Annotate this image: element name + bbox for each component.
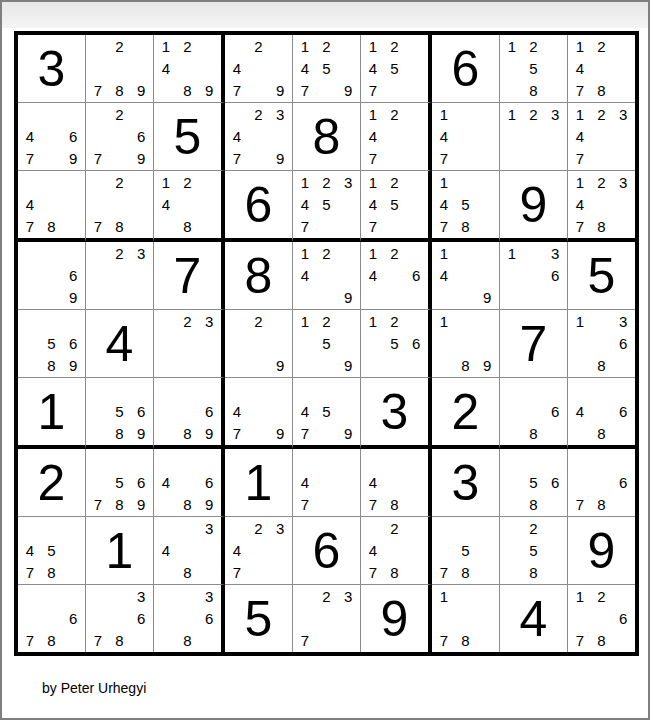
pencil-mark-2: 2 [316,243,338,265]
pencil-mark-1: 1 [569,172,591,194]
given-digit: 9 [361,585,428,652]
pencil-mark-5: 5 [455,540,477,562]
given-digit: 1 [225,449,292,516]
cell-r8c1[interactable]: 4578 [18,517,86,585]
pencil-mark-5: 5 [316,194,338,216]
pencil-mark-4: 4 [569,401,591,423]
pencil-mark-1: 1 [362,243,384,265]
pencil-mark-4: 4 [569,194,591,216]
cell-r8c7[interactable]: 578 [432,517,500,585]
pencil-marks: 147 [433,104,498,169]
pencil-marks: 478 [362,450,427,515]
board-row: 467926795234798124714712312347 [18,103,635,171]
cell-r4c6[interactable]: 1246 [361,242,432,310]
pencil-marks: 12678 [569,586,634,651]
pencil-mark-2: 2 [523,36,545,58]
pencil-mark-6: 6 [62,265,84,287]
pencil-mark-7: 7 [294,629,316,651]
pencil-mark-2: 2 [316,311,338,333]
pencil-mark-6: 6 [612,333,634,355]
pencil-mark-9: 9 [198,493,220,515]
cell-r3c2[interactable]: 278 [86,171,154,242]
cell-r8c3[interactable]: 348 [154,517,225,585]
cell-r3c6[interactable]: 12457 [361,171,432,242]
pencil-mark-7: 7 [19,215,41,237]
pencil-mark-8: 8 [41,354,63,376]
pencil-mark-2: 2 [316,586,338,608]
cell-r8c5[interactable]: 6 [293,517,361,585]
cell-r2c3[interactable]: 5 [154,103,225,171]
pencil-marks: 4679 [19,104,84,169]
pencil-mark-7: 7 [569,493,591,515]
pencil-mark-9: 9 [337,286,359,308]
pencil-mark-2: 2 [248,36,270,58]
board-row: 32789124892479124579124576125812478 [18,35,635,103]
pencil-mark-2: 2 [177,36,199,58]
cell-r4c7[interactable]: 149 [432,242,500,310]
pencil-mark-6: 6 [198,472,220,494]
given-digit: 6 [432,35,499,102]
pencil-mark-6: 6 [544,265,566,287]
cell-r1c7[interactable]: 6 [432,35,500,103]
pencil-marks: 12457 [362,172,427,237]
cell-r5c9[interactable]: 1368 [568,310,635,378]
pencil-mark-4: 4 [155,472,177,494]
pencil-mark-8: 8 [109,422,131,444]
pencil-mark-2: 2 [177,311,199,333]
pencil-mark-4: 4 [362,472,384,494]
cell-r6c7[interactable]: 2 [432,378,500,449]
pencil-mark-6: 6 [612,472,634,494]
pencil-marks: 4689 [155,450,220,515]
cell-r6c6[interactable]: 3 [361,378,432,449]
pencil-mark-4: 4 [433,265,455,287]
pencil-mark-9: 9 [476,354,498,376]
pencil-mark-6: 6 [130,608,152,630]
pencil-mark-4: 4 [155,540,177,562]
given-digit: 6 [293,517,360,584]
cell-r6c3[interactable]: 689 [154,378,225,449]
pencil-mark-1: 1 [362,311,384,333]
pencil-mark-6: 6 [544,401,566,423]
cell-r5c8[interactable]: 7 [500,310,568,378]
pencil-mark-8: 8 [591,629,613,651]
pencil-mark-8: 8 [523,79,545,101]
pencil-mark-5: 5 [316,401,338,423]
pencil-mark-8: 8 [177,493,199,515]
pencil-mark-3: 3 [612,172,634,194]
pencil-mark-3: 3 [269,518,291,540]
cell-r1c6[interactable]: 12457 [361,35,432,103]
pencil-mark-2: 2 [109,172,131,194]
cell-r9c5[interactable]: 237 [293,585,361,652]
pencil-mark-4: 4 [362,194,384,216]
pencil-mark-1: 1 [569,36,591,58]
cell-r3c1[interactable]: 478 [18,171,86,242]
pencil-marks: 368 [155,586,220,651]
pencil-mark-1: 1 [433,243,455,265]
cell-r8c2[interactable]: 1 [86,517,154,585]
pencil-mark-2: 2 [384,172,406,194]
pencil-mark-7: 7 [294,422,316,444]
cell-r8c8[interactable]: 258 [500,517,568,585]
board-row: 5689423291259125618971368 [18,310,635,378]
cell-r5c2[interactable]: 4 [86,310,154,378]
given-digit: 2 [432,378,499,445]
pencil-marks: 578 [433,518,498,583]
pencil-marks: 12347 [569,104,634,169]
pencil-mark-7: 7 [294,493,316,515]
pencil-mark-1: 1 [501,36,523,58]
cell-r3c9[interactable]: 123478 [568,171,635,242]
pencil-mark-2: 2 [591,172,613,194]
pencil-mark-8: 8 [177,79,199,101]
given-digit: 3 [361,378,428,445]
pencil-mark-3: 3 [269,104,291,126]
cell-r2c1[interactable]: 4679 [18,103,86,171]
pencil-mark-8: 8 [591,422,613,444]
pencil-mark-4: 4 [226,401,248,423]
pencil-mark-4: 4 [155,58,177,80]
pencil-mark-2: 2 [109,36,131,58]
cell-r8c4[interactable]: 2347 [225,517,293,585]
cell-r1c2[interactable]: 2789 [86,35,154,103]
cell-r7c4[interactable]: 1 [225,449,293,517]
cell-r9c9[interactable]: 12678 [568,585,635,652]
pencil-mark-4: 4 [294,265,316,287]
pencil-mark-8: 8 [177,215,199,237]
cell-r4c4[interactable]: 8 [225,242,293,310]
given-digit: 9 [568,517,635,584]
pencil-mark-8: 8 [41,561,63,583]
cell-r2c9[interactable]: 12347 [568,103,635,171]
cell-r9c3[interactable]: 368 [154,585,225,652]
pencil-mark-7: 7 [226,561,248,583]
pencil-marks: 478 [19,172,84,237]
pencil-mark-8: 8 [455,215,477,237]
cell-r5c7[interactable]: 189 [432,310,500,378]
pencil-mark-3: 3 [337,586,359,608]
pencil-mark-3: 3 [198,518,220,540]
pencil-marks: 5689 [19,311,84,376]
pencil-mark-4: 4 [569,58,591,80]
given-digit: 7 [500,310,567,377]
pencil-marks: 69 [19,243,84,308]
pencil-mark-7: 7 [362,215,384,237]
pencil-mark-5: 5 [523,540,545,562]
pencil-mark-1: 1 [433,311,455,333]
pencil-mark-2: 2 [384,311,406,333]
cell-r9c6[interactable]: 9 [361,585,432,652]
pencil-mark-5: 5 [109,472,131,494]
pencil-mark-9: 9 [269,354,291,376]
pencil-mark-7: 7 [362,79,384,101]
cell-r7c3[interactable]: 4689 [154,449,225,517]
pencil-mark-7: 7 [569,215,591,237]
pencil-mark-8: 8 [177,422,199,444]
pencil-marks: 468 [569,379,634,444]
cell-r4c1[interactable]: 69 [18,242,86,310]
pencil-marks: 12457 [362,36,427,101]
cell-r6c9[interactable]: 468 [568,378,635,449]
pencil-mark-5: 5 [523,58,545,80]
cell-r2c4[interactable]: 23479 [225,103,293,171]
pencil-mark-1: 1 [294,311,316,333]
cell-r4c2[interactable]: 23 [86,242,154,310]
pencil-mark-3: 3 [337,172,359,194]
given-digit: 8 [225,242,292,309]
cell-r9c2[interactable]: 3678 [86,585,154,652]
cell-r8c6[interactable]: 2478 [361,517,432,585]
pencil-mark-6: 6 [62,126,84,148]
given-digit: 7 [154,242,221,309]
board-row: 4782781248612345712457145789123478 [18,171,635,242]
pencil-marks: 4578 [19,518,84,583]
pencil-marks: 568 [501,450,566,515]
pencil-mark-4: 4 [19,126,41,148]
pencil-mark-8: 8 [455,561,477,583]
pencil-mark-5: 5 [455,194,477,216]
pencil-mark-5: 5 [384,194,406,216]
pencil-mark-4: 4 [362,126,384,148]
pencil-mark-1: 1 [569,586,591,608]
pencil-mark-8: 8 [384,493,406,515]
pencil-mark-2: 2 [384,243,406,265]
cell-r4c5[interactable]: 1249 [293,242,361,310]
cell-r1c8[interactable]: 1258 [500,35,568,103]
pencil-mark-2: 2 [591,104,613,126]
pencil-mark-9: 9 [269,147,291,169]
pencil-mark-2: 2 [177,172,199,194]
cell-r7c7[interactable]: 3 [432,449,500,517]
cell-r1c3[interactable]: 12489 [154,35,225,103]
pencil-mark-3: 3 [612,104,634,126]
cell-r1c4[interactable]: 2479 [225,35,293,103]
pencil-mark-9: 9 [130,79,152,101]
pencil-marks: 1256 [362,311,427,376]
pencil-mark-9: 9 [337,79,359,101]
pencil-mark-8: 8 [455,629,477,651]
pencil-mark-6: 6 [544,472,566,494]
top-strip [2,2,648,28]
pencil-mark-5: 5 [41,540,63,562]
pencil-mark-6: 6 [612,608,634,630]
cell-r7c2[interactable]: 56789 [86,449,154,517]
cell-r7c9[interactable]: 678 [568,449,635,517]
cell-r1c1[interactable]: 3 [18,35,86,103]
pencil-mark-6: 6 [130,472,152,494]
pencil-mark-1: 1 [569,311,591,333]
pencil-mark-7: 7 [433,215,455,237]
pencil-mark-7: 7 [87,79,109,101]
given-digit: 5 [568,242,635,309]
cell-r2c5[interactable]: 8 [293,103,361,171]
cell-r7c5[interactable]: 47 [293,449,361,517]
pencil-marks: 12478 [569,36,634,101]
pencil-mark-2: 2 [109,104,131,126]
cell-r2c6[interactable]: 1247 [361,103,432,171]
pencil-mark-6: 6 [405,333,427,355]
pencil-mark-8: 8 [41,215,63,237]
pencil-mark-7: 7 [569,79,591,101]
cell-r5c6[interactable]: 1256 [361,310,432,378]
pencil-marks: 136 [501,243,566,308]
pencil-marks: 678 [569,450,634,515]
cell-r2c8[interactable]: 123 [500,103,568,171]
pencil-marks: 178 [433,586,498,651]
given-digit: 1 [18,378,85,445]
cell-r3c8[interactable]: 9 [500,171,568,242]
cell-r9c8[interactable]: 4 [500,585,568,652]
pencil-marks: 258 [501,518,566,583]
cell-r9c4[interactable]: 5 [225,585,293,652]
cell-r3c3[interactable]: 1248 [154,171,225,242]
pencil-mark-8: 8 [523,422,545,444]
pencil-mark-5: 5 [316,333,338,355]
pencil-mark-5: 5 [384,58,406,80]
cell-r2c7[interactable]: 147 [432,103,500,171]
pencil-mark-7: 7 [433,147,455,169]
board-row: 25678946891474783568678 [18,449,635,517]
pencil-mark-4: 4 [362,540,384,562]
pencil-mark-6: 6 [62,333,84,355]
pencil-mark-2: 2 [384,104,406,126]
cell-r6c1[interactable]: 1 [18,378,86,449]
pencil-mark-7: 7 [19,561,41,583]
pencil-mark-7: 7 [19,629,41,651]
cell-r2c2[interactable]: 2679 [86,103,154,171]
pencil-mark-8: 8 [177,629,199,651]
cell-r8c9[interactable]: 9 [568,517,635,585]
pencil-mark-5: 5 [41,333,63,355]
pencil-mark-3: 3 [130,586,152,608]
pencil-mark-9: 9 [198,79,220,101]
pencil-mark-9: 9 [62,354,84,376]
pencil-mark-8: 8 [455,354,477,376]
cell-r6c2[interactable]: 5689 [86,378,154,449]
cell-r6c8[interactable]: 68 [500,378,568,449]
cell-r9c1[interactable]: 678 [18,585,86,652]
pencil-mark-4: 4 [19,194,41,216]
pencil-mark-2: 2 [109,243,131,265]
cell-r6c4[interactable]: 479 [225,378,293,449]
pencil-mark-6: 6 [612,401,634,423]
pencil-mark-4: 4 [362,58,384,80]
pencil-marks: 12489 [155,36,220,101]
pencil-mark-4: 4 [294,58,316,80]
pencil-marks: 123478 [569,172,634,237]
cell-r5c4[interactable]: 29 [225,310,293,378]
pencil-mark-3: 3 [544,243,566,265]
cell-r4c8[interactable]: 136 [500,242,568,310]
given-digit: 2 [18,449,85,516]
pencil-marks: 348 [155,518,220,583]
pencil-mark-4: 4 [294,401,316,423]
pencil-mark-4: 4 [294,472,316,494]
cell-r5c3[interactable]: 23 [154,310,225,378]
pencil-marks: 1247 [362,104,427,169]
pencil-marks: 1248 [155,172,220,237]
pencil-mark-4: 4 [226,126,248,148]
sudoku-board: 3278912489247912457912457612581247846792… [14,31,639,656]
pencil-marks: 1249 [294,243,359,308]
pencil-mark-7: 7 [362,147,384,169]
cell-r7c6[interactable]: 478 [361,449,432,517]
pencil-mark-6: 6 [130,401,152,423]
cell-r3c5[interactable]: 123457 [293,171,361,242]
pencil-mark-5: 5 [384,333,406,355]
pencil-marks: 2478 [362,518,427,583]
pencil-mark-1: 1 [433,172,455,194]
cell-r9c7[interactable]: 178 [432,585,500,652]
pencil-mark-8: 8 [109,629,131,651]
pencil-mark-3: 3 [198,311,220,333]
pencil-mark-7: 7 [87,493,109,515]
pencil-mark-2: 2 [384,36,406,58]
cell-r7c8[interactable]: 568 [500,449,568,517]
pencil-mark-1: 1 [294,172,316,194]
pencil-mark-8: 8 [109,493,131,515]
cell-r3c4[interactable]: 6 [225,171,293,242]
pencil-mark-2: 2 [384,518,406,540]
pencil-mark-4: 4 [155,194,177,216]
cell-r7c1[interactable]: 2 [18,449,86,517]
pencil-mark-3: 3 [198,586,220,608]
pencil-marks: 56789 [87,450,152,515]
pencil-mark-6: 6 [130,126,152,148]
pencil-mark-1: 1 [362,36,384,58]
pencil-marks: 47 [294,450,359,515]
cell-r4c3[interactable]: 7 [154,242,225,310]
pencil-marks: 124579 [294,36,359,101]
cell-r5c1[interactable]: 5689 [18,310,86,378]
cell-r4c9[interactable]: 5 [568,242,635,310]
pencil-mark-1: 1 [569,104,591,126]
pencil-mark-9: 9 [130,422,152,444]
pencil-marks: 2679 [87,104,152,169]
cell-r3c7[interactable]: 14578 [432,171,500,242]
pencil-mark-2: 2 [591,586,613,608]
pencil-mark-5: 5 [523,472,545,494]
pencil-mark-9: 9 [337,354,359,376]
pencil-mark-6: 6 [198,608,220,630]
pencil-marks: 1259 [294,311,359,376]
pencil-mark-1: 1 [501,104,523,126]
pencil-mark-9: 9 [269,422,291,444]
pencil-mark-7: 7 [226,79,248,101]
cell-r1c9[interactable]: 12478 [568,35,635,103]
pencil-mark-6: 6 [62,608,84,630]
pencil-mark-1: 1 [433,104,455,126]
given-digit: 5 [225,585,292,652]
pencil-marks: 678 [19,586,84,651]
pencil-mark-2: 2 [316,172,338,194]
cell-r1c5[interactable]: 124579 [293,35,361,103]
cell-r6c5[interactable]: 4579 [293,378,361,449]
pencil-mark-9: 9 [62,286,84,308]
pencil-marks: 4579 [294,379,359,444]
pencil-mark-7: 7 [569,629,591,651]
pencil-mark-4: 4 [433,126,455,148]
pencil-mark-1: 1 [501,243,523,265]
pencil-marks: 23479 [226,104,291,169]
pencil-mark-2: 2 [316,36,338,58]
pencil-mark-1: 1 [433,586,455,608]
cell-r5c5[interactable]: 1259 [293,310,361,378]
pencil-mark-1: 1 [155,36,177,58]
pencil-mark-4: 4 [226,58,248,80]
pencil-mark-3: 3 [544,104,566,126]
